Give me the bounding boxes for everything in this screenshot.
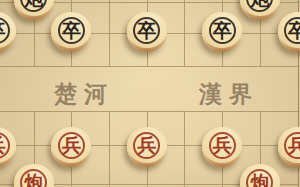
board-cell xyxy=(109,185,147,187)
board-cell xyxy=(260,67,298,112)
piece-black-soldier[interactable]: 卒 xyxy=(51,12,91,52)
piece-red-soldier[interactable]: 兵 xyxy=(127,127,167,167)
piece-glyph: 炮 xyxy=(240,0,280,16)
piece-black-soldier[interactable]: 卒 xyxy=(0,12,16,52)
board-cell xyxy=(184,185,222,187)
xiangqi-board: 楚河 漢界 炮炮卒卒卒卒卒兵兵兵兵兵炮炮 xyxy=(0,0,300,187)
piece-glyph: 卒 xyxy=(202,12,242,48)
piece-glyph: 卒 xyxy=(51,12,91,48)
piece-glyph: 卒 xyxy=(278,12,300,48)
piece-glyph: 炮 xyxy=(14,0,54,16)
piece-glyph: 兵 xyxy=(278,127,300,163)
piece-glyph: 炮 xyxy=(240,164,280,187)
piece-black-cannon[interactable]: 炮 xyxy=(14,0,54,20)
piece-red-soldier[interactable]: 兵 xyxy=(0,127,16,167)
piece-red-soldier[interactable]: 兵 xyxy=(278,127,300,167)
board-cell xyxy=(147,67,185,112)
piece-red-cannon[interactable]: 炮 xyxy=(14,164,54,187)
river-label-han: 漢界 xyxy=(199,79,259,110)
piece-red-cannon[interactable]: 炮 xyxy=(240,164,280,187)
piece-red-soldier[interactable]: 兵 xyxy=(51,127,91,167)
piece-black-soldier[interactable]: 卒 xyxy=(278,12,300,52)
piece-red-soldier[interactable]: 兵 xyxy=(202,127,242,167)
board-cell xyxy=(147,185,185,187)
piece-glyph: 卒 xyxy=(0,12,16,48)
piece-black-cannon[interactable]: 炮 xyxy=(240,0,280,20)
piece-glyph: 炮 xyxy=(14,164,54,187)
board-cell xyxy=(0,67,34,112)
piece-glyph: 兵 xyxy=(0,127,16,163)
piece-black-soldier[interactable]: 卒 xyxy=(127,12,167,52)
board-cell xyxy=(109,67,147,112)
river-label-chu: 楚河 xyxy=(54,79,114,110)
piece-glyph: 卒 xyxy=(127,12,167,48)
piece-glyph: 兵 xyxy=(202,127,242,163)
piece-glyph: 兵 xyxy=(127,127,167,163)
piece-glyph: 兵 xyxy=(51,127,91,163)
piece-black-soldier[interactable]: 卒 xyxy=(202,12,242,52)
board-cell xyxy=(71,185,109,187)
